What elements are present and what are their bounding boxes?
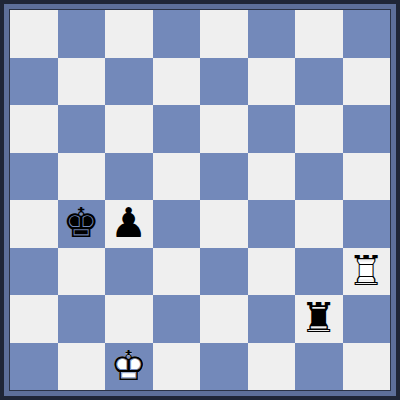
- square-d5[interactable]: [153, 153, 201, 201]
- square-c3[interactable]: [105, 248, 153, 296]
- square-c8[interactable]: [105, 10, 153, 58]
- square-e1[interactable]: [200, 343, 248, 391]
- square-h5[interactable]: [343, 153, 391, 201]
- square-h8[interactable]: [343, 10, 391, 58]
- square-b2[interactable]: [58, 295, 106, 343]
- black-king-icon: ♚: [63, 203, 100, 244]
- square-g4[interactable]: [295, 200, 343, 248]
- square-c5[interactable]: [105, 153, 153, 201]
- square-a8[interactable]: [10, 10, 58, 58]
- square-c4[interactable]: ♟: [105, 200, 153, 248]
- square-a4[interactable]: [10, 200, 58, 248]
- square-d2[interactable]: [153, 295, 201, 343]
- square-f1[interactable]: [248, 343, 296, 391]
- black-rook-icon: ♜: [300, 298, 337, 339]
- piece-black-rook-g2[interactable]: ♜: [295, 295, 343, 343]
- square-g3[interactable]: [295, 248, 343, 296]
- square-d1[interactable]: [153, 343, 201, 391]
- square-e2[interactable]: [200, 295, 248, 343]
- square-e7[interactable]: [200, 58, 248, 106]
- square-f5[interactable]: [248, 153, 296, 201]
- square-e3[interactable]: [200, 248, 248, 296]
- black-pawn-icon: ♟: [110, 203, 147, 244]
- piece-white-rook-h3[interactable]: ♜♖: [343, 248, 391, 296]
- square-b5[interactable]: [58, 153, 106, 201]
- square-h1[interactable]: [343, 343, 391, 391]
- square-b8[interactable]: [58, 10, 106, 58]
- square-a5[interactable]: [10, 153, 58, 201]
- square-b4[interactable]: ♚: [58, 200, 106, 248]
- piece-black-king-b4[interactable]: ♚: [58, 200, 106, 248]
- white-king-outline-icon: ♔: [105, 343, 153, 391]
- square-e6[interactable]: [200, 105, 248, 153]
- square-c1[interactable]: ♚♔: [105, 343, 153, 391]
- square-h6[interactable]: [343, 105, 391, 153]
- chessboard-frame: ♚♟♜♖♜♚♔: [0, 0, 400, 400]
- square-e4[interactable]: [200, 200, 248, 248]
- white-rook-outline-icon: ♖: [343, 248, 391, 296]
- square-a1[interactable]: [10, 343, 58, 391]
- chessboard: ♚♟♜♖♜♚♔: [10, 10, 390, 390]
- square-e5[interactable]: [200, 153, 248, 201]
- square-f3[interactable]: [248, 248, 296, 296]
- square-b1[interactable]: [58, 343, 106, 391]
- square-f2[interactable]: [248, 295, 296, 343]
- square-h2[interactable]: [343, 295, 391, 343]
- square-d4[interactable]: [153, 200, 201, 248]
- square-d8[interactable]: [153, 10, 201, 58]
- square-g1[interactable]: [295, 343, 343, 391]
- square-a2[interactable]: [10, 295, 58, 343]
- square-a7[interactable]: [10, 58, 58, 106]
- square-f6[interactable]: [248, 105, 296, 153]
- square-b6[interactable]: [58, 105, 106, 153]
- square-d3[interactable]: [153, 248, 201, 296]
- square-b7[interactable]: [58, 58, 106, 106]
- square-h4[interactable]: [343, 200, 391, 248]
- square-g8[interactable]: [295, 10, 343, 58]
- square-a6[interactable]: [10, 105, 58, 153]
- square-c2[interactable]: [105, 295, 153, 343]
- square-f4[interactable]: [248, 200, 296, 248]
- square-d7[interactable]: [153, 58, 201, 106]
- square-c7[interactable]: [105, 58, 153, 106]
- square-g5[interactable]: [295, 153, 343, 201]
- square-g2[interactable]: ♜: [295, 295, 343, 343]
- square-f7[interactable]: [248, 58, 296, 106]
- piece-black-pawn-c4[interactable]: ♟: [105, 200, 153, 248]
- square-b3[interactable]: [58, 248, 106, 296]
- square-h3[interactable]: ♜♖: [343, 248, 391, 296]
- square-a3[interactable]: [10, 248, 58, 296]
- square-g7[interactable]: [295, 58, 343, 106]
- square-e8[interactable]: [200, 10, 248, 58]
- square-g6[interactable]: [295, 105, 343, 153]
- piece-white-king-c1[interactable]: ♚♔: [105, 343, 153, 391]
- square-f8[interactable]: [248, 10, 296, 58]
- square-h7[interactable]: [343, 58, 391, 106]
- square-c6[interactable]: [105, 105, 153, 153]
- square-d6[interactable]: [153, 105, 201, 153]
